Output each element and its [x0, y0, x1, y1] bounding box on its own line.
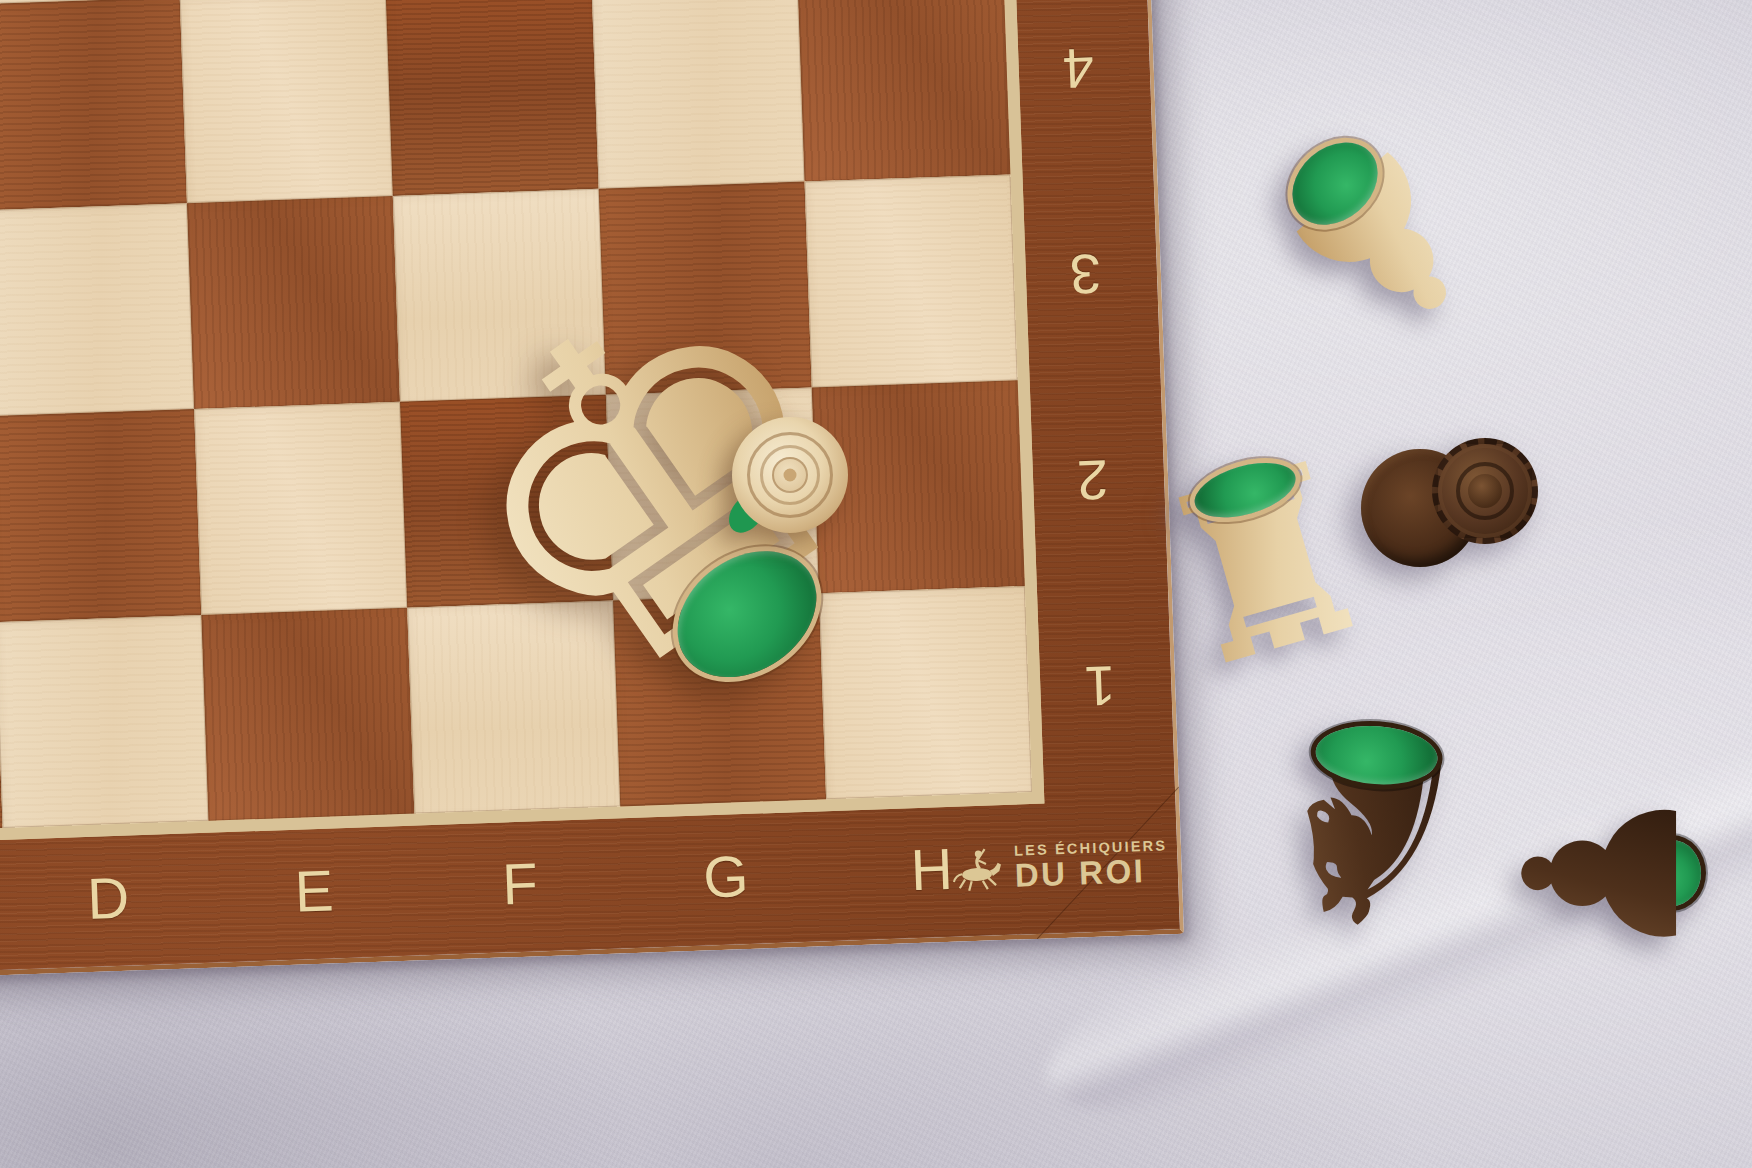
black-knight-off-board: ♞: [1277, 690, 1467, 952]
black-pawn-off-board: ♟: [1557, 748, 1687, 998]
square-e4: [180, 0, 393, 203]
scene: DEFGH 4321 LES ÉCHIQUIER: [0, 0, 1752, 1168]
black-queen-coronet: [1432, 438, 1538, 544]
square-e2: [194, 402, 407, 615]
square-f4: [386, 0, 599, 196]
square-h4: [797, 0, 1010, 182]
white-pawn-off-board: ♟: [1315, 112, 1439, 352]
square-h3: [805, 174, 1018, 387]
black-pawn-glyph: ♟: [1497, 778, 1709, 968]
file-label-e: E: [209, 817, 420, 964]
file-label-f: F: [414, 809, 625, 956]
file-label-d: D: [3, 824, 214, 971]
rank-label-1: 1: [1025, 581, 1175, 792]
square-e1: [201, 608, 414, 821]
white-rook-off-board: ♜: [1183, 408, 1337, 676]
square-d1: [0, 615, 209, 828]
white-queen-standing: [732, 417, 848, 533]
white-queen-top-view: [732, 417, 848, 533]
file-label-g: G: [620, 802, 831, 949]
square-g4: [591, 0, 804, 189]
brand-logo: LES ÉCHIQUIERS DU ROI: [950, 818, 1178, 914]
square-d3: [0, 203, 194, 416]
white-pawn-glyph: ♟: [1252, 108, 1525, 383]
square-d4: [0, 0, 187, 210]
rank-label-3: 3: [1010, 169, 1160, 380]
rank-label-4: 4: [1003, 0, 1153, 174]
black-queen-standing: [1352, 418, 1567, 593]
horseman-icon: [951, 844, 1009, 894]
brand-line2: DU ROI: [1014, 854, 1168, 892]
square-d2: [0, 409, 201, 622]
